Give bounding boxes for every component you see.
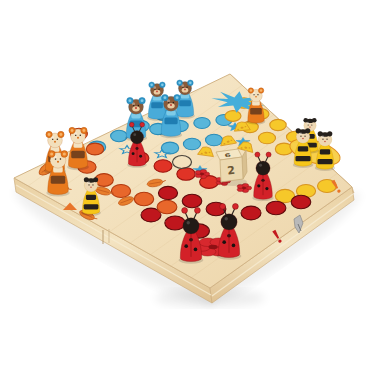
body-band [179, 100, 191, 106]
track-circle-red_dark [241, 206, 261, 220]
ear-inner [48, 133, 51, 136]
head-highlight [54, 156, 57, 159]
piece-head [130, 131, 143, 144]
ear-inner [50, 152, 53, 155]
eye [158, 89, 159, 90]
track-circle-yellow [259, 132, 276, 144]
track-circle-red_dark [158, 186, 177, 199]
track-circle-blue [111, 130, 128, 141]
nose [156, 91, 158, 93]
track-circle-orange [134, 192, 153, 205]
head-highlight [299, 132, 302, 135]
eye [300, 136, 301, 137]
bee-bun [327, 131, 332, 136]
ear-inner [161, 84, 164, 87]
antenna-pompom [182, 208, 188, 214]
body-band [298, 146, 308, 151]
track-circle-red_dark [165, 216, 185, 230]
head-highlight [51, 136, 54, 139]
body-band [317, 159, 332, 164]
body-band [164, 117, 177, 124]
ear-inner [150, 84, 153, 87]
nose [170, 104, 172, 106]
antenna-pompom [266, 152, 271, 157]
head-highlight [153, 86, 156, 89]
head-highlight [225, 217, 228, 220]
track-circle-orange [157, 200, 177, 214]
head-highlight [307, 122, 310, 125]
track-circle-blue [194, 118, 210, 129]
ladybug-spot [265, 187, 268, 190]
head-highlight [74, 132, 77, 135]
antenna-pompom [195, 208, 201, 214]
eye [92, 184, 93, 185]
ladybug-spot [222, 240, 226, 244]
eye [138, 105, 139, 106]
ear-inner [189, 82, 192, 85]
antenna-pompom [220, 204, 226, 210]
piece-head [221, 214, 237, 230]
ladybug-spot [132, 152, 135, 155]
antenna-pompom [129, 122, 134, 127]
ear-inner [63, 152, 66, 155]
head-highlight [87, 181, 90, 184]
piece-head [256, 161, 270, 175]
antenna-pompom [255, 152, 260, 157]
ear-inner [176, 96, 179, 99]
body-band [320, 149, 330, 154]
bee-bun [93, 177, 98, 182]
nose [135, 107, 137, 109]
head-highlight [167, 99, 170, 102]
body-band [51, 176, 66, 184]
eye [88, 184, 89, 185]
ladybug-spot [194, 248, 198, 252]
track-circle-red_dark [266, 201, 286, 215]
nose [57, 161, 59, 163]
antenna-pompom [233, 204, 239, 210]
ear-inner [250, 89, 252, 91]
ear-inner [178, 82, 181, 85]
head-highlight [181, 84, 184, 87]
circle [242, 187, 246, 189]
track-circle-red_bright [154, 160, 172, 172]
circle [200, 173, 204, 175]
ear-inner [260, 89, 262, 91]
eye [80, 135, 81, 136]
ear-inner [128, 99, 131, 102]
mouth [90, 186, 91, 187]
head-highlight [253, 92, 256, 95]
eye [308, 124, 309, 125]
track-circle-blue [206, 134, 223, 146]
body-band [84, 204, 99, 209]
eye [322, 139, 323, 140]
nose [54, 141, 56, 143]
mouth [324, 141, 325, 142]
nose [255, 96, 257, 98]
piece-head [183, 218, 199, 234]
circle [200, 169, 206, 173]
bee-bun [312, 118, 317, 123]
eye [304, 136, 305, 137]
ladybug-spot [184, 244, 188, 248]
mouth [302, 138, 303, 139]
head-highlight [187, 221, 190, 224]
eye [173, 102, 174, 103]
track-circle-orange [111, 185, 130, 198]
antenna-pompom [140, 122, 145, 127]
ear-inner [141, 99, 144, 102]
track-circle-red_dark [291, 195, 311, 208]
track-circle-blue [183, 138, 200, 150]
body-band [86, 195, 96, 200]
nose [77, 137, 79, 139]
track-circle-yellow [225, 111, 241, 122]
eye [326, 139, 327, 140]
eye [311, 124, 312, 125]
track-circle-red_bright [177, 168, 195, 181]
track-circle-yellow [270, 119, 286, 130]
head-highlight [132, 102, 135, 105]
ladybug-spot [139, 155, 142, 158]
ear-inner [82, 129, 85, 132]
head-highlight [133, 133, 136, 136]
die-front-number: 2 [226, 164, 235, 178]
ludo-board-scene: 2 6 [0, 0, 370, 370]
ladybug-spot [257, 184, 260, 187]
ear-inner [71, 129, 74, 132]
ear-inner [163, 96, 166, 99]
eye [257, 94, 258, 95]
body-band [151, 102, 163, 108]
track-circle-red_dark [182, 194, 202, 207]
eye [60, 158, 62, 160]
product-photo-wooden-ludo: 2 6 [0, 0, 370, 370]
mouth [309, 126, 310, 127]
bee-bun [305, 128, 310, 133]
eye [57, 139, 58, 140]
ear-inner [59, 133, 62, 136]
track-circle-orange [86, 143, 103, 155]
body-band [250, 108, 262, 115]
eye [186, 87, 187, 88]
circle [209, 245, 218, 250]
body-band [71, 151, 85, 159]
head-highlight [321, 135, 324, 138]
nose [184, 89, 186, 91]
ladybug-spot [232, 244, 236, 248]
body-band [295, 156, 310, 161]
head-highlight [259, 164, 262, 167]
